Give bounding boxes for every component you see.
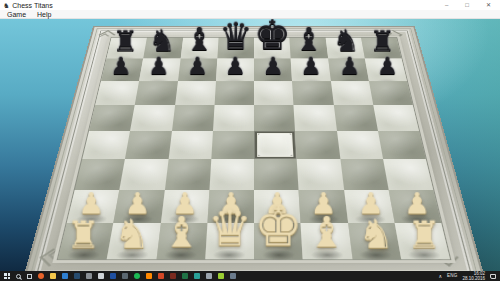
menu-bar: Game Help (0, 10, 500, 19)
selection-cursor (255, 132, 296, 159)
piece-black-knight[interactable]: ♞ (144, 25, 181, 55)
square-c5[interactable] (172, 105, 215, 131)
clock[interactable]: 16:02 28.10.2016 (462, 271, 485, 281)
taskbar-icon-spotify[interactable] (134, 273, 140, 279)
square-h1[interactable]: ♜ (394, 223, 450, 259)
game-viewport: ♜♞♝♛♚♝♞♜♟♟♟♟♟♟♟♟♟♟♟♟♟♟♟♟♜♞♝♛♚♝♞♜ (0, 19, 500, 271)
piece-black-pawn[interactable]: ♟ (140, 54, 178, 78)
square-a5[interactable] (89, 105, 135, 131)
square-b1[interactable]: ♞ (107, 223, 160, 259)
square-b6[interactable] (135, 81, 178, 105)
taskbar-icon-app-lime[interactable] (218, 273, 224, 279)
square-b7[interactable]: ♟ (139, 59, 180, 81)
taskbar-icon-app-navy[interactable] (110, 273, 116, 279)
close-button[interactable]: ✕ (486, 2, 491, 8)
start-button[interactable] (4, 273, 10, 279)
square-g5[interactable] (333, 105, 377, 131)
knight-icon: ♞ (3, 2, 9, 9)
piece-black-pawn[interactable]: ♟ (330, 54, 368, 78)
piece-white-knight[interactable]: ♞ (108, 214, 157, 254)
square-c1[interactable]: ♝ (156, 223, 207, 259)
piece-white-rook[interactable]: ♜ (400, 216, 449, 254)
square-d5[interactable] (213, 105, 254, 131)
taskbar-icon-app-bluegrey[interactable] (230, 273, 236, 279)
tray-date: 28.10.2016 (462, 276, 485, 281)
minimize-button[interactable]: – (445, 2, 448, 8)
piece-white-king[interactable]: ♚ (254, 199, 303, 253)
tray-chevron-icon[interactable]: ∧ (438, 274, 442, 279)
window-title: Chess Titans (12, 2, 52, 9)
square-d1[interactable]: ♛ (205, 223, 254, 259)
square-e3[interactable] (254, 159, 299, 190)
square-a7[interactable]: ♟ (101, 59, 143, 81)
piece-black-bishop[interactable]: ♝ (181, 23, 218, 55)
square-e4[interactable] (254, 131, 297, 159)
square-f4[interactable] (295, 131, 340, 159)
piece-black-pawn[interactable]: ♟ (292, 54, 330, 78)
language-indicator[interactable]: ENG (447, 274, 457, 279)
maximize-button[interactable]: □ (465, 2, 469, 8)
board-slab: ♜♞♝♛♚♝♞♜♟♟♟♟♟♟♟♟♟♟♟♟♟♟♟♟♜♞♝♛♚♝♞♜ (25, 27, 484, 271)
taskbar-icon-app-teal[interactable] (194, 273, 200, 279)
square-c6[interactable] (175, 81, 216, 105)
piece-black-king[interactable]: ♚ (254, 19, 291, 55)
square-e6[interactable] (254, 81, 294, 105)
square-g4[interactable] (337, 131, 383, 159)
square-a1[interactable]: ♜ (58, 223, 114, 259)
square-f6[interactable] (292, 81, 333, 105)
square-g3[interactable] (340, 159, 388, 190)
taskbar-icon-notepad[interactable] (98, 273, 104, 279)
square-a6[interactable] (95, 81, 139, 105)
piece-black-knight[interactable]: ♞ (327, 25, 364, 55)
square-f1[interactable]: ♝ (301, 223, 352, 259)
square-e5[interactable] (254, 105, 295, 131)
piece-black-bishop[interactable]: ♝ (291, 23, 328, 55)
menu-help[interactable]: Help (37, 11, 51, 18)
piece-black-pawn[interactable]: ♟ (254, 54, 292, 78)
square-f3[interactable] (297, 159, 344, 190)
taskbar-icon-app-darkred[interactable] (170, 273, 176, 279)
taskbar-icon-app-slate[interactable] (122, 273, 128, 279)
square-h6[interactable] (369, 81, 413, 105)
piece-black-queen[interactable]: ♛ (217, 19, 254, 55)
square-b5[interactable] (130, 105, 174, 131)
square-c7[interactable]: ♟ (178, 59, 218, 81)
square-d4[interactable] (211, 131, 254, 159)
square-h3[interactable] (383, 159, 433, 190)
piece-black-pawn[interactable]: ♟ (368, 54, 406, 78)
taskbar-icon-vlc[interactable] (146, 273, 152, 279)
piece-white-bishop[interactable]: ♝ (303, 211, 352, 253)
scene: ♜♞♝♛♚♝♞♜♟♟♟♟♟♟♟♟♟♟♟♟♟♟♟♟♜♞♝♛♚♝♞♜ (0, 19, 500, 271)
square-f5[interactable] (294, 105, 337, 131)
square-c3[interactable] (164, 159, 211, 190)
taskbar-icon-app-blue[interactable] (62, 273, 68, 279)
square-g7[interactable]: ♟ (328, 59, 369, 81)
action-center-icon[interactable] (490, 274, 496, 279)
piece-white-queen[interactable]: ♛ (205, 204, 254, 254)
square-b4[interactable] (125, 131, 171, 159)
square-d7[interactable]: ♟ (216, 59, 254, 81)
square-h7[interactable]: ♟ (365, 59, 407, 81)
piece-white-knight[interactable]: ♞ (351, 214, 400, 254)
piece-black-pawn[interactable]: ♟ (178, 54, 216, 78)
taskbar-icon-app-grey[interactable] (86, 273, 92, 279)
taskbar-icon-excel[interactable] (182, 273, 188, 279)
taskbar-icon-app-steel[interactable] (206, 273, 212, 279)
board-grid: ♜♞♝♛♚♝♞♜♟♟♟♟♟♟♟♟♟♟♟♟♟♟♟♟♜♞♝♛♚♝♞♜ (57, 37, 452, 260)
square-h5[interactable] (373, 105, 419, 131)
task-view-icon[interactable] (27, 274, 32, 279)
square-a3[interactable] (75, 159, 125, 190)
search-icon[interactable] (16, 274, 21, 279)
taskbar-icon-firefox[interactable] (38, 273, 44, 279)
taskbar: ∧ ENG 16:02 28.10.2016 (0, 271, 500, 281)
piece-white-bishop[interactable]: ♝ (157, 211, 206, 253)
square-h4[interactable] (378, 131, 426, 159)
square-d6[interactable] (214, 81, 254, 105)
square-b3[interactable] (120, 159, 168, 190)
square-g6[interactable] (330, 81, 373, 105)
menu-game[interactable]: Game (7, 11, 26, 18)
taskbar-icon-file-explorer[interactable] (50, 273, 56, 279)
square-a4[interactable] (82, 131, 130, 159)
square-g1[interactable]: ♞ (348, 223, 401, 259)
piece-white-rook[interactable]: ♜ (59, 216, 108, 254)
title-bar: ♞ Chess Titans – □ ✕ (0, 0, 500, 10)
piece-black-pawn[interactable]: ♟ (216, 54, 254, 78)
square-d3[interactable] (209, 159, 254, 190)
taskbar-icon-app-darkblue[interactable] (74, 273, 80, 279)
piece-black-pawn[interactable]: ♟ (102, 54, 140, 78)
square-f7[interactable]: ♟ (291, 59, 331, 81)
square-e1[interactable]: ♚ (254, 223, 303, 259)
taskbar-icon-app-red[interactable] (158, 273, 164, 279)
square-e7[interactable]: ♟ (254, 59, 292, 81)
square-c4[interactable] (168, 131, 213, 159)
